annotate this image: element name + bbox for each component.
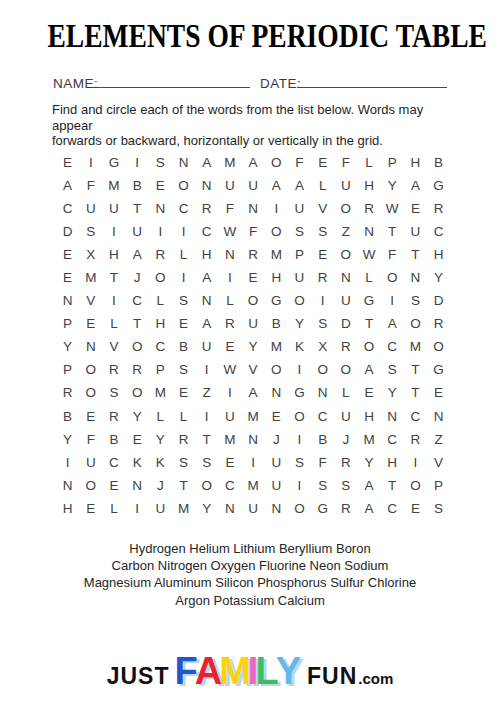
grid-cell-r13c11[interactable]: I bbox=[288, 428, 311, 451]
instructions-line-2: forwards or backward, horizontally or ve… bbox=[52, 133, 383, 148]
grid-cell-r16c10[interactable]: N bbox=[265, 497, 288, 520]
grid-cell-r9c9[interactable]: Y bbox=[242, 335, 265, 358]
grid-cell-r5c1[interactable]: E bbox=[56, 243, 79, 266]
grid-cell-r6c8[interactable]: I bbox=[218, 266, 241, 289]
grid-cell-r5c6[interactable]: L bbox=[172, 243, 195, 266]
grid-cell-r9c16[interactable]: M bbox=[404, 335, 427, 358]
grid-cell-r1c16[interactable]: H bbox=[404, 151, 427, 174]
grid-cell-r7c6[interactable]: S bbox=[172, 289, 195, 312]
grid-cell-r14c11[interactable]: S bbox=[288, 451, 311, 474]
grid-cell-r16c7[interactable]: Y bbox=[195, 497, 218, 520]
grid-cell-r15c5[interactable]: J bbox=[149, 474, 172, 497]
grid-cell-r7c17[interactable]: D bbox=[427, 289, 450, 312]
grid-cell-r3c17[interactable]: R bbox=[427, 197, 450, 220]
grid-cell-r9c12[interactable]: X bbox=[311, 335, 334, 358]
grid-cell-r15c3[interactable]: E bbox=[102, 474, 125, 497]
grid-cell-r15c9[interactable]: M bbox=[242, 474, 265, 497]
grid-cell-r4c6[interactable]: I bbox=[172, 220, 195, 243]
instructions-line-1: Find and circle each of the words from t… bbox=[52, 102, 423, 133]
grid-cell-r4c15[interactable]: T bbox=[381, 220, 404, 243]
logo-family-letter-m: M bbox=[219, 650, 248, 693]
grid-cell-r2c4[interactable]: B bbox=[126, 174, 149, 197]
grid-cell-r4c7[interactable]: C bbox=[195, 220, 218, 243]
grid-cell-r13c15[interactable]: C bbox=[381, 428, 404, 451]
grid-cell-r16c8[interactable]: N bbox=[218, 497, 241, 520]
grid-cell-r1c17[interactable]: B bbox=[427, 151, 450, 174]
grid-cell-r1c7[interactable]: A bbox=[195, 151, 218, 174]
grid-cell-r11c8[interactable]: I bbox=[218, 381, 241, 404]
grid-cell-r2c17[interactable]: G bbox=[427, 174, 450, 197]
grid-cell-r14c1[interactable]: I bbox=[56, 451, 79, 474]
grid-cell-r10c10[interactable]: O bbox=[265, 358, 288, 381]
word-list-line-3: Magnesium Aluminum Silicon Phosphorus Su… bbox=[0, 574, 500, 591]
grid-cell-r8c8[interactable]: R bbox=[218, 312, 241, 335]
grid-cell-r10c17[interactable]: G bbox=[427, 358, 450, 381]
grid-cell-r15c1[interactable]: N bbox=[56, 474, 79, 497]
grid-cell-r16c12[interactable]: G bbox=[311, 497, 334, 520]
grid-cell-r13c16[interactable]: R bbox=[404, 428, 427, 451]
grid-cell-r10c9[interactable]: V bbox=[242, 358, 265, 381]
grid-cell-r8c1[interactable]: P bbox=[56, 312, 79, 335]
grid-cell-r7c13[interactable]: U bbox=[334, 289, 357, 312]
grid-cell-r6c10[interactable]: H bbox=[265, 266, 288, 289]
grid-cell-r14c6[interactable]: S bbox=[172, 451, 195, 474]
logo-family-letter-a: A bbox=[195, 650, 219, 693]
grid-cell-r2c6[interactable]: O bbox=[172, 174, 195, 197]
grid-cell-r2c3[interactable]: M bbox=[102, 174, 125, 197]
grid-cell-r12c2[interactable]: E bbox=[79, 405, 102, 428]
grid-cell-r2c7[interactable]: N bbox=[195, 174, 218, 197]
grid-cell-r9c4[interactable]: O bbox=[126, 335, 149, 358]
grid-cell-r16c13[interactable]: R bbox=[334, 497, 357, 520]
word-list-line-2: Carbon Nitrogen Oxygen Fluorine Neon Sod… bbox=[0, 557, 500, 574]
grid-cell-r3c7[interactable]: R bbox=[195, 197, 218, 220]
grid-cell-r11c14[interactable]: E bbox=[357, 381, 380, 404]
grid-cell-r8c15[interactable]: A bbox=[381, 312, 404, 335]
grid-cell-r14c8[interactable]: E bbox=[218, 451, 241, 474]
grid-cell-r4c5[interactable]: I bbox=[149, 220, 172, 243]
grid-cell-r6c4[interactable]: J bbox=[126, 266, 149, 289]
grid-cell-r2c11[interactable]: A bbox=[288, 174, 311, 197]
grid-cell-r7c8[interactable]: L bbox=[218, 289, 241, 312]
grid-cell-r11c13[interactable]: L bbox=[334, 381, 357, 404]
grid-cell-r12c4[interactable]: Y bbox=[126, 405, 149, 428]
grid-cell-r10c15[interactable]: S bbox=[381, 358, 404, 381]
grid-cell-r5c16[interactable]: T bbox=[404, 243, 427, 266]
grid-cell-r16c17[interactable]: S bbox=[427, 497, 450, 520]
grid-cell-r10c4[interactable]: R bbox=[126, 358, 149, 381]
grid-cell-r8c10[interactable]: B bbox=[265, 312, 288, 335]
logo-family-text: FAMILY bbox=[175, 650, 298, 693]
word-list-line-4: Argon Potassium Calcium bbox=[0, 592, 500, 609]
grid-cell-r4c11[interactable]: S bbox=[288, 220, 311, 243]
word-list-line-1: Hydrogen Helium Lithium Beryllium Boron bbox=[0, 540, 500, 557]
grid-cell-r16c2[interactable]: E bbox=[79, 497, 102, 520]
grid-cell-r5c11[interactable]: P bbox=[288, 243, 311, 266]
grid-cell-r12c13[interactable]: U bbox=[334, 405, 357, 428]
grid-cell-r12c7[interactable]: I bbox=[195, 405, 218, 428]
grid-cell-r13c12[interactable]: B bbox=[311, 428, 334, 451]
grid-cell-r16c9[interactable]: U bbox=[242, 497, 265, 520]
grid-cell-r15c11[interactable]: I bbox=[288, 474, 311, 497]
grid-cell-r7c16[interactable]: S bbox=[404, 289, 427, 312]
word-list: Hydrogen Helium Lithium Beryllium Boron … bbox=[0, 540, 500, 609]
grid-cell-r5c14[interactable]: W bbox=[357, 243, 380, 266]
grid-cell-r13c17[interactable]: Z bbox=[427, 428, 450, 451]
grid-cell-r13c9[interactable]: N bbox=[242, 428, 265, 451]
grid-cell-r13c2[interactable]: F bbox=[79, 428, 102, 451]
grid-cell-r14c12[interactable]: F bbox=[311, 451, 334, 474]
grid-cell-r13c10[interactable]: J bbox=[265, 428, 288, 451]
grid-cell-r11c1[interactable]: R bbox=[56, 381, 79, 404]
grid-cell-r8c12[interactable]: S bbox=[311, 312, 334, 335]
grid-cell-r3c14[interactable]: R bbox=[357, 197, 380, 220]
grid-cell-r12c1[interactable]: B bbox=[56, 405, 79, 428]
grid-cell-r1c8[interactable]: M bbox=[218, 151, 241, 174]
grid-cell-r3c15[interactable]: W bbox=[381, 197, 404, 220]
grid-cell-r16c14[interactable]: A bbox=[357, 497, 380, 520]
grid-cell-r2c1[interactable]: A bbox=[56, 174, 79, 197]
grid-cell-r2c9[interactable]: U bbox=[242, 174, 265, 197]
grid-cell-r4c2[interactable]: S bbox=[79, 220, 102, 243]
grid-cell-r15c7[interactable]: O bbox=[195, 474, 218, 497]
grid-cell-r2c15[interactable]: Y bbox=[381, 174, 404, 197]
grid-cell-r15c6[interactable]: T bbox=[172, 474, 195, 497]
logo-fun-text: FUN bbox=[307, 663, 357, 690]
grid-cell-r14c15[interactable]: H bbox=[381, 451, 404, 474]
grid-cell-r7c1[interactable]: N bbox=[56, 289, 79, 312]
grid-cell-r5c9[interactable]: R bbox=[242, 243, 265, 266]
grid-cell-r12c17[interactable]: N bbox=[427, 405, 450, 428]
grid-cell-r6c7[interactable]: A bbox=[195, 266, 218, 289]
grid-cell-r6c2[interactable]: M bbox=[79, 266, 102, 289]
grid-cell-r13c13[interactable]: J bbox=[334, 428, 357, 451]
grid-cell-r3c12[interactable]: V bbox=[311, 197, 334, 220]
grid-cell-r13c8[interactable]: M bbox=[218, 428, 241, 451]
grid-cell-r6c16[interactable]: N bbox=[404, 266, 427, 289]
grid-cell-r16c5[interactable]: U bbox=[149, 497, 172, 520]
grid-cell-r13c7[interactable]: T bbox=[195, 428, 218, 451]
grid-cell-r5c17[interactable]: H bbox=[427, 243, 450, 266]
grid-cell-r11c15[interactable]: Y bbox=[381, 381, 404, 404]
grid-cell-r10c12[interactable]: O bbox=[311, 358, 334, 381]
grid-cell-r10c1[interactable]: P bbox=[56, 358, 79, 381]
grid-cell-r8c16[interactable]: O bbox=[404, 312, 427, 335]
grid-cell-r8c13[interactable]: D bbox=[334, 312, 357, 335]
grid-cell-r13c4[interactable]: E bbox=[126, 428, 149, 451]
grid-cell-r3c3[interactable]: U bbox=[102, 197, 125, 220]
grid-cell-r3c2[interactable]: U bbox=[79, 197, 102, 220]
grid-cell-r9c13[interactable]: R bbox=[334, 335, 357, 358]
grid-cell-r3c4[interactable]: T bbox=[126, 197, 149, 220]
grid-cell-r5c10[interactable]: M bbox=[265, 243, 288, 266]
grid-cell-r12c14[interactable]: H bbox=[357, 405, 380, 428]
grid-cell-r1c12[interactable]: E bbox=[311, 151, 334, 174]
grid-cell-r8c7[interactable]: A bbox=[195, 312, 218, 335]
grid-cell-r16c6[interactable]: M bbox=[172, 497, 195, 520]
grid-cell-r8c2[interactable]: E bbox=[79, 312, 102, 335]
grid-cell-r1c10[interactable]: O bbox=[265, 151, 288, 174]
grid-cell-r12c9[interactable]: M bbox=[242, 405, 265, 428]
grid-cell-r3c8[interactable]: F bbox=[218, 197, 241, 220]
logo-tld-text: .com bbox=[358, 670, 393, 687]
grid-cell-r3c9[interactable]: N bbox=[242, 197, 265, 220]
date-input-line[interactable] bbox=[297, 75, 447, 88]
grid-cell-r7c9[interactable]: O bbox=[242, 289, 265, 312]
grid-cell-r11c16[interactable]: T bbox=[404, 381, 427, 404]
grid-cell-r9c11[interactable]: K bbox=[288, 335, 311, 358]
grid-cell-r3c1[interactable]: C bbox=[56, 197, 79, 220]
grid-cell-r16c4[interactable]: I bbox=[126, 497, 149, 520]
grid-cell-r7c2[interactable]: V bbox=[79, 289, 102, 312]
grid-cell-r8c17[interactable]: R bbox=[427, 312, 450, 335]
grid-cell-r7c5[interactable]: L bbox=[149, 289, 172, 312]
grid-cell-r13c1[interactable]: Y bbox=[56, 428, 79, 451]
grid-cell-r1c6[interactable]: N bbox=[172, 151, 195, 174]
grid-cell-r14c17[interactable]: V bbox=[427, 451, 450, 474]
grid-cell-r9c17[interactable]: O bbox=[427, 335, 450, 358]
grid-cell-r14c3[interactable]: C bbox=[102, 451, 125, 474]
grid-cell-r4c13[interactable]: Z bbox=[334, 220, 357, 243]
grid-cell-r15c14[interactable]: A bbox=[357, 474, 380, 497]
grid-cell-r14c5[interactable]: K bbox=[149, 451, 172, 474]
grid-cell-r11c3[interactable]: S bbox=[102, 381, 125, 404]
grid-cell-r12c6[interactable]: L bbox=[172, 405, 195, 428]
grid-cell-r10c14[interactable]: A bbox=[357, 358, 380, 381]
grid-cell-r4c10[interactable]: O bbox=[265, 220, 288, 243]
brand-logo: JUST FAMILY FUN .com bbox=[0, 650, 500, 693]
grid-cell-r7c11[interactable]: O bbox=[288, 289, 311, 312]
grid-cell-r4c3[interactable]: I bbox=[102, 220, 125, 243]
grid-cell-r7c15[interactable]: I bbox=[381, 289, 404, 312]
logo-family-letter-i: I bbox=[248, 650, 256, 693]
grid-cell-r10c3[interactable]: R bbox=[102, 358, 125, 381]
grid-cell-r16c15[interactable]: C bbox=[381, 497, 404, 520]
name-input-line[interactable] bbox=[92, 75, 250, 88]
grid-cell-r6c1[interactable]: E bbox=[56, 266, 79, 289]
grid-cell-r14c14[interactable]: Y bbox=[357, 451, 380, 474]
grid-cell-r14c2[interactable]: U bbox=[79, 451, 102, 474]
grid-cell-r9c1[interactable]: Y bbox=[56, 335, 79, 358]
grid-cell-r2c16[interactable]: A bbox=[404, 174, 427, 197]
grid-cell-r4c16[interactable]: U bbox=[404, 220, 427, 243]
grid-cell-r7c4[interactable]: C bbox=[126, 289, 149, 312]
grid-cell-r1c14[interactable]: L bbox=[357, 151, 380, 174]
grid-cell-r6c5[interactable]: O bbox=[149, 266, 172, 289]
grid-cell-r10c13[interactable]: O bbox=[334, 358, 357, 381]
word-search-grid: EIGISNAMAOFEFLPHBAFMBEONUUAALUHYAGCUUTNC… bbox=[56, 151, 450, 520]
grid-cell-r16c11[interactable]: O bbox=[288, 497, 311, 520]
logo-just-text: JUST bbox=[107, 663, 170, 690]
grid-cell-r2c10[interactable]: A bbox=[265, 174, 288, 197]
grid-cell-r6c11[interactable]: U bbox=[288, 266, 311, 289]
grid-cell-r12c16[interactable]: C bbox=[404, 405, 427, 428]
grid-cell-r14c4[interactable]: K bbox=[126, 451, 149, 474]
grid-cell-r11c9[interactable]: A bbox=[242, 381, 265, 404]
grid-cell-r1c9[interactable]: A bbox=[242, 151, 265, 174]
grid-cell-r8c3[interactable]: L bbox=[102, 312, 125, 335]
grid-cell-r4c14[interactable]: N bbox=[357, 220, 380, 243]
grid-cell-r4c1[interactable]: D bbox=[56, 220, 79, 243]
grid-cell-r10c5[interactable]: P bbox=[149, 358, 172, 381]
grid-cell-r2c2[interactable]: F bbox=[79, 174, 102, 197]
grid-cell-r12c10[interactable]: E bbox=[265, 405, 288, 428]
logo-family-letter-f: F bbox=[175, 650, 195, 693]
grid-cell-r14c7[interactable]: S bbox=[195, 451, 218, 474]
grid-cell-r1c1[interactable]: E bbox=[56, 151, 79, 174]
grid-cell-r2c14[interactable]: H bbox=[357, 174, 380, 197]
grid-cell-r3c10[interactable]: I bbox=[265, 197, 288, 220]
grid-cell-r5c8[interactable]: N bbox=[218, 243, 241, 266]
grid-cell-r8c5[interactable]: H bbox=[149, 312, 172, 335]
grid-cell-r9c10[interactable]: M bbox=[265, 335, 288, 358]
grid-cell-r9c8[interactable]: E bbox=[218, 335, 241, 358]
grid-cell-r5c12[interactable]: E bbox=[311, 243, 334, 266]
grid-cell-r15c13[interactable]: S bbox=[334, 474, 357, 497]
grid-cell-r3c11[interactable]: U bbox=[288, 197, 311, 220]
grid-cell-r9c14[interactable]: O bbox=[357, 335, 380, 358]
grid-cell-r14c16[interactable]: I bbox=[404, 451, 427, 474]
grid-cell-r1c5[interactable]: S bbox=[149, 151, 172, 174]
grid-cell-r5c15[interactable]: F bbox=[381, 243, 404, 266]
grid-cell-r15c12[interactable]: S bbox=[311, 474, 334, 497]
grid-cell-r7c3[interactable]: I bbox=[102, 289, 125, 312]
grid-cell-r4c4[interactable]: U bbox=[126, 220, 149, 243]
grid-cell-r5c3[interactable]: H bbox=[102, 243, 125, 266]
grid-cell-r11c5[interactable]: M bbox=[149, 381, 172, 404]
instructions-text: Find and circle each of the words from t… bbox=[52, 102, 462, 149]
grid-cell-r5c13[interactable]: O bbox=[334, 243, 357, 266]
grid-cell-r9c5[interactable]: C bbox=[149, 335, 172, 358]
grid-cell-r6c13[interactable]: N bbox=[334, 266, 357, 289]
grid-cell-r1c2[interactable]: I bbox=[79, 151, 102, 174]
grid-cell-r8c6[interactable]: E bbox=[172, 312, 195, 335]
grid-cell-r5c2[interactable]: X bbox=[79, 243, 102, 266]
grid-cell-r11c12[interactable]: N bbox=[311, 381, 334, 404]
grid-cell-r11c4[interactable]: O bbox=[126, 381, 149, 404]
grid-cell-r6c12[interactable]: R bbox=[311, 266, 334, 289]
grid-cell-r3c5[interactable]: N bbox=[149, 197, 172, 220]
grid-cell-r5c7[interactable]: H bbox=[195, 243, 218, 266]
grid-cell-r13c14[interactable]: M bbox=[357, 428, 380, 451]
grid-cell-r9c6[interactable]: B bbox=[172, 335, 195, 358]
grid-cell-r15c8[interactable]: C bbox=[218, 474, 241, 497]
grid-cell-r9c7[interactable]: U bbox=[195, 335, 218, 358]
grid-cell-r6c9[interactable]: E bbox=[242, 266, 265, 289]
grid-cell-r3c13[interactable]: O bbox=[334, 197, 357, 220]
grid-cell-r7c7[interactable]: N bbox=[195, 289, 218, 312]
grid-cell-r16c16[interactable]: E bbox=[404, 497, 427, 520]
grid-cell-r15c17[interactable]: P bbox=[427, 474, 450, 497]
worksheet-page: ELEMENTS OF PERIODIC TABLE NAME: DATE: F… bbox=[0, 0, 500, 707]
grid-cell-r12c8[interactable]: U bbox=[218, 405, 241, 428]
grid-cell-r12c11[interactable]: O bbox=[288, 405, 311, 428]
grid-cell-r7c12[interactable]: I bbox=[311, 289, 334, 312]
grid-cell-r1c11[interactable]: F bbox=[288, 151, 311, 174]
page-title: ELEMENTS OF PERIODIC TABLE bbox=[48, 19, 453, 53]
grid-cell-r1c4[interactable]: I bbox=[126, 151, 149, 174]
grid-cell-r6c14[interactable]: L bbox=[357, 266, 380, 289]
grid-cell-r14c9[interactable]: I bbox=[242, 451, 265, 474]
grid-cell-r8c9[interactable]: U bbox=[242, 312, 265, 335]
grid-cell-r11c10[interactable]: N bbox=[265, 381, 288, 404]
logo-family-letter-y: Y bbox=[276, 650, 298, 693]
grid-cell-r5c5[interactable]: R bbox=[149, 243, 172, 266]
grid-cell-r9c15[interactable]: C bbox=[381, 335, 404, 358]
grid-cell-r13c5[interactable]: Y bbox=[149, 428, 172, 451]
grid-cell-r4c17[interactable]: C bbox=[427, 220, 450, 243]
grid-cell-r11c6[interactable]: E bbox=[172, 381, 195, 404]
grid-cell-r10c6[interactable]: S bbox=[172, 358, 195, 381]
grid-cell-r8c11[interactable]: Y bbox=[288, 312, 311, 335]
grid-cell-r10c8[interactable]: W bbox=[218, 358, 241, 381]
grid-cell-r16c3[interactable]: L bbox=[102, 497, 125, 520]
grid-cell-r1c3[interactable]: G bbox=[102, 151, 125, 174]
grid-cell-r11c11[interactable]: G bbox=[288, 381, 311, 404]
grid-cell-r15c15[interactable]: T bbox=[381, 474, 404, 497]
grid-cell-r13c6[interactable]: R bbox=[172, 428, 195, 451]
grid-cell-r5c4[interactable]: A bbox=[126, 243, 149, 266]
grid-cell-r4c8[interactable]: W bbox=[218, 220, 241, 243]
grid-cell-r6c15[interactable]: O bbox=[381, 266, 404, 289]
grid-cell-r6c3[interactable]: T bbox=[102, 266, 125, 289]
grid-cell-r8c4[interactable]: T bbox=[126, 312, 149, 335]
name-date-row: NAME: DATE: bbox=[0, 76, 500, 90]
grid-cell-r16c1[interactable]: H bbox=[56, 497, 79, 520]
logo-family-letter-l: L bbox=[255, 650, 275, 693]
grid-cell-r4c12[interactable]: S bbox=[311, 220, 334, 243]
grid-cell-r10c11[interactable]: I bbox=[288, 358, 311, 381]
grid-cell-r1c13[interactable]: F bbox=[334, 151, 357, 174]
grid-cell-r15c4[interactable]: N bbox=[126, 474, 149, 497]
grid-cell-r10c7[interactable]: I bbox=[195, 358, 218, 381]
grid-cell-r13c3[interactable]: B bbox=[102, 428, 125, 451]
grid-cell-r11c17[interactable]: E bbox=[427, 381, 450, 404]
grid-cell-r8c14[interactable]: T bbox=[357, 312, 380, 335]
grid-cell-r11c7[interactable]: Z bbox=[195, 381, 218, 404]
grid-cell-r6c17[interactable]: Y bbox=[427, 266, 450, 289]
grid-cell-r2c8[interactable]: U bbox=[218, 174, 241, 197]
grid-cell-r12c12[interactable]: C bbox=[311, 405, 334, 428]
grid-cell-r12c3[interactable]: R bbox=[102, 405, 125, 428]
grid-cell-r10c16[interactable]: T bbox=[404, 358, 427, 381]
grid-cell-r14c10[interactable]: U bbox=[265, 451, 288, 474]
grid-cell-r6c6[interactable]: I bbox=[172, 266, 195, 289]
grid-cell-r11c2[interactable]: O bbox=[79, 381, 102, 404]
grid-cell-r15c16[interactable]: O bbox=[404, 474, 427, 497]
grid-cell-r2c5[interactable]: E bbox=[149, 174, 172, 197]
grid-cell-r7c10[interactable]: G bbox=[265, 289, 288, 312]
grid-cell-r14c13[interactable]: R bbox=[334, 451, 357, 474]
grid-cell-r10c2[interactable]: O bbox=[79, 358, 102, 381]
grid-cell-r7c14[interactable]: G bbox=[357, 289, 380, 312]
grid-cell-r3c16[interactable]: E bbox=[404, 197, 427, 220]
grid-cell-r12c15[interactable]: N bbox=[381, 405, 404, 428]
grid-cell-r1c15[interactable]: P bbox=[381, 151, 404, 174]
grid-cell-r12c5[interactable]: L bbox=[149, 405, 172, 428]
grid-cell-r2c13[interactable]: U bbox=[334, 174, 357, 197]
date-label: DATE: bbox=[260, 76, 301, 91]
grid-cell-r15c10[interactable]: U bbox=[265, 474, 288, 497]
grid-cell-r4c9[interactable]: F bbox=[242, 220, 265, 243]
grid-cell-r9c2[interactable]: N bbox=[79, 335, 102, 358]
grid-cell-r9c3[interactable]: V bbox=[102, 335, 125, 358]
grid-cell-r3c6[interactable]: C bbox=[172, 197, 195, 220]
grid-cell-r2c12[interactable]: L bbox=[311, 174, 334, 197]
grid-cell-r15c2[interactable]: O bbox=[79, 474, 102, 497]
